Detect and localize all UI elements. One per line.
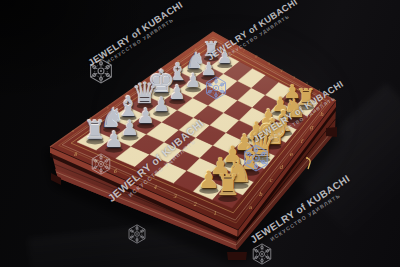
watermark-brand: JEWELRY of KUBACHI <box>206 0 300 62</box>
watermark-brand: JEWELRY of KUBACHI <box>86 0 185 68</box>
watermark-slogan: ИСКУССТВО УДИВЛЯТЬ <box>93 9 189 73</box>
watermark-brand: JEWELRY of KUBACHI <box>248 173 351 245</box>
watermark-text: JEWELRY of KUBACHIИСКУССТВО УДИВЛЯТЬ <box>248 173 355 251</box>
watermark-text-layer: JEWELRY of KUBACHIИСКУССТВО УДИВЛЯТЬJEWE… <box>0 0 400 267</box>
watermark-slogan: ИСКУССТВО УДИВЛЯТЬ <box>258 88 349 149</box>
watermark-slogan: ИСКУССТВО УДИВЛЯТЬ <box>114 127 211 210</box>
watermark-slogan: ИСКУССТВО УДИВЛЯТЬ <box>255 183 356 251</box>
watermark-text: JEWELRY of KUBACHIИСКУССТВО УДИВЛЯТЬ <box>86 0 188 73</box>
watermark-brand: JEWELRY of KUBACHI <box>252 79 346 145</box>
watermark-text: JEWELRY of KUBACHIИСКУССТВО УДИВЛЯТЬ <box>105 117 210 210</box>
watermark-text: JEWELRY of KUBACHIИСКУССТВО УДИВЛЯТЬ <box>252 79 349 150</box>
photo-scene: aabbccddeeffgghh8877665544332211 ♜♟♞♟♝♟♚… <box>0 0 400 267</box>
watermark-brand: JEWELRY of KUBACHI <box>105 117 206 204</box>
watermark-text: JEWELRY of KUBACHIИСКУССТВО УДИВЛЯТЬ <box>206 0 303 67</box>
watermark-slogan: ИСКУССТВО УДИВЛЯТЬ <box>212 6 303 67</box>
